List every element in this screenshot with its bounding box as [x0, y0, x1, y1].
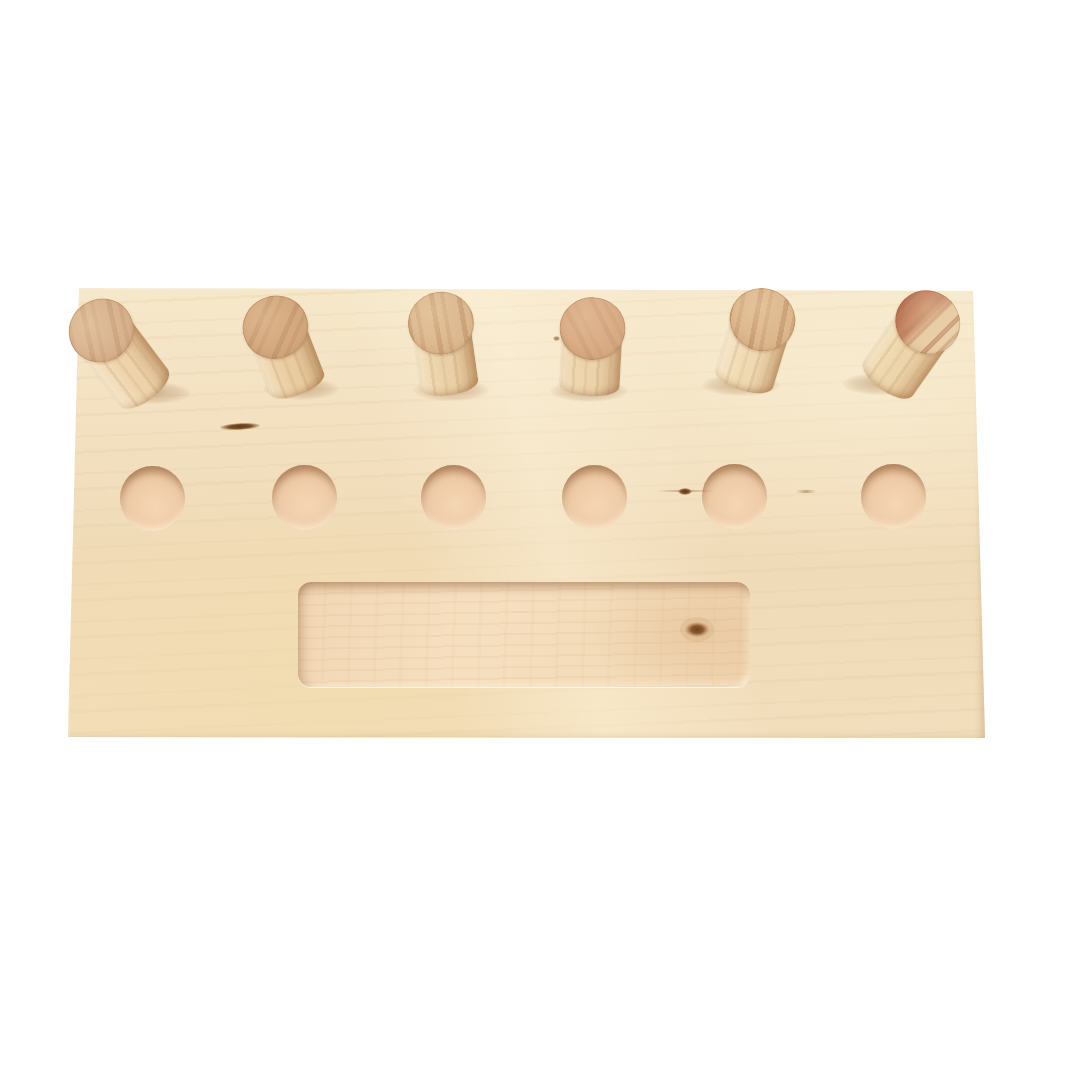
peg-4[interactable] [559, 296, 624, 398]
grain-dash-5 [796, 490, 816, 493]
peg-hole-2[interactable] [272, 465, 337, 530]
peg-hole-3[interactable] [421, 465, 486, 530]
wood-knot-2 [553, 336, 560, 341]
wood-knot-4 [678, 488, 692, 495]
pen-tray[interactable] [298, 582, 750, 687]
tray-wood-knot [685, 622, 709, 637]
peg-hole-6[interactable] [861, 464, 926, 529]
scene [0, 0, 1080, 1080]
peg-hole-4[interactable] [562, 465, 627, 530]
peg-hole-1[interactable] [120, 466, 185, 531]
peg-hole-5[interactable] [702, 464, 767, 529]
